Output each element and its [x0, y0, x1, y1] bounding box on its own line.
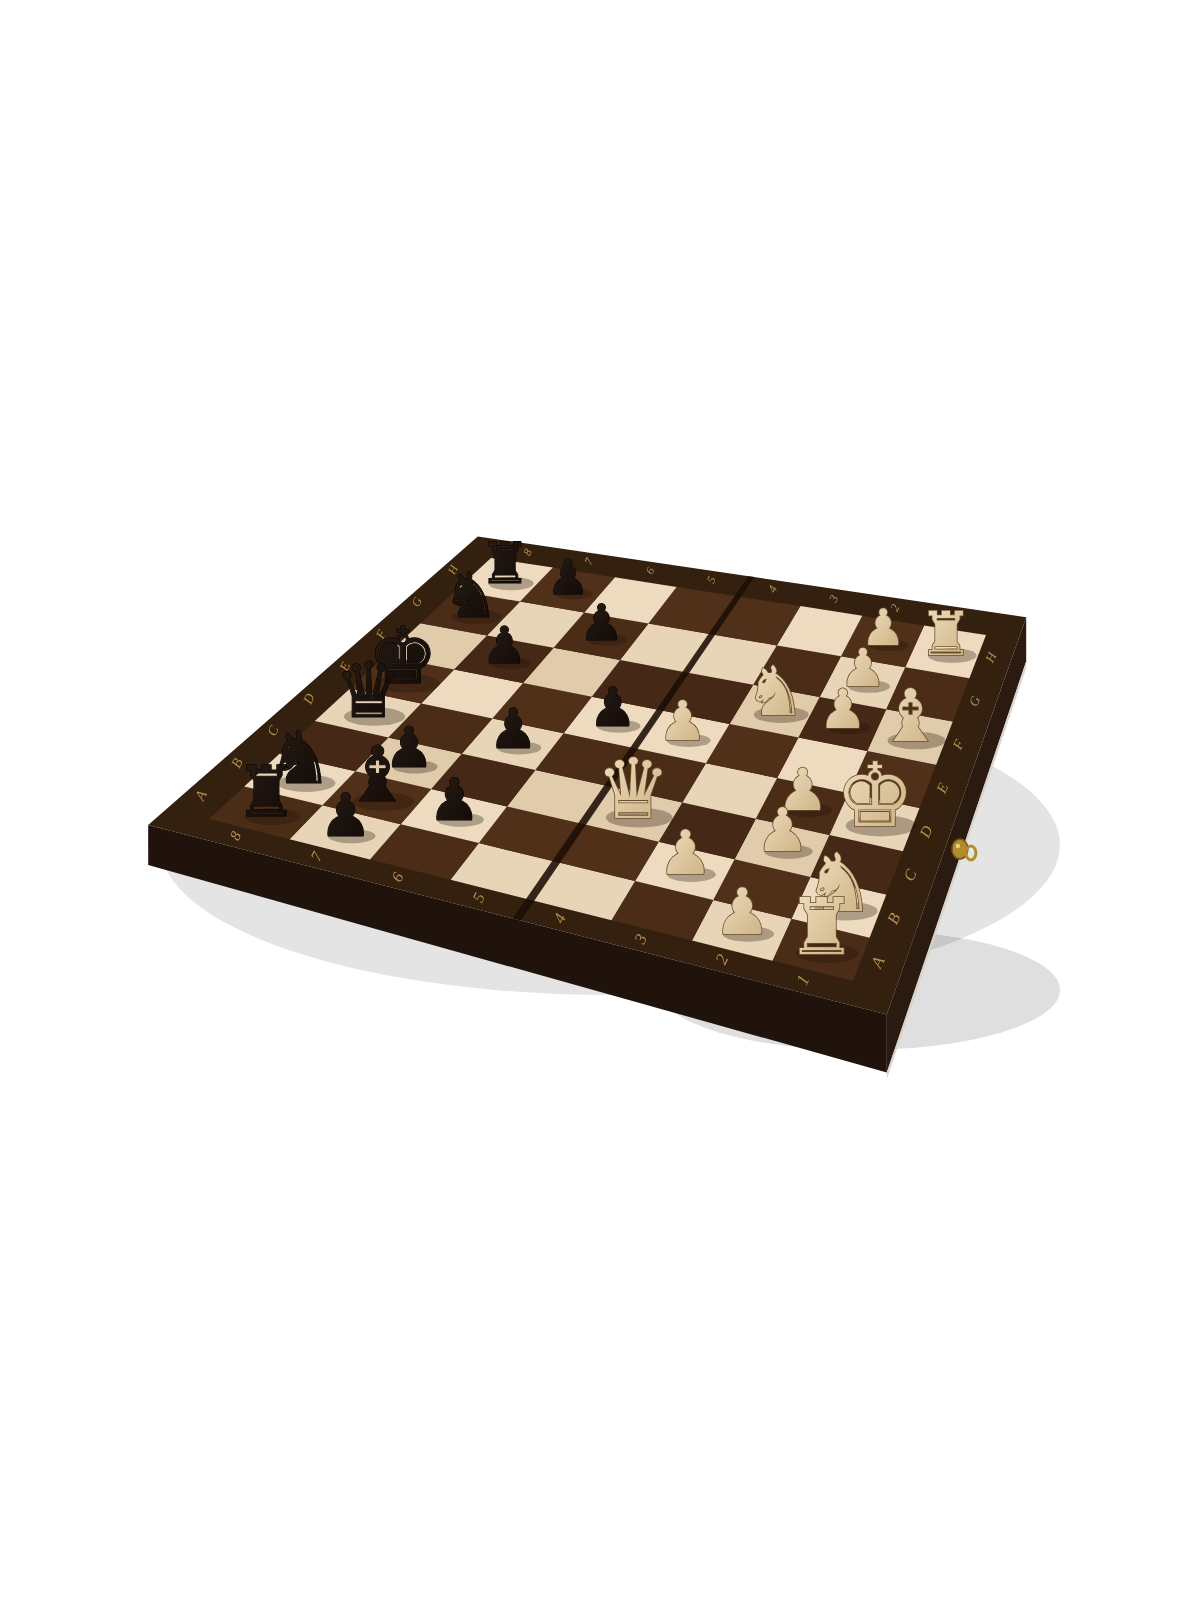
piece-white-pawn-c2: ♟: [756, 795, 810, 865]
piece-white-rook-a1: ♜: [787, 882, 857, 972]
chessboard-photo: 1122334455667788AABBCCDDEEFFGGHH♜♟♞♟♟♜♟♚…: [0, 0, 1200, 1600]
product-photo-page: 1122334455667788AABBCCDDEEFFGGHH♜♟♞♟♟♜♟♚…: [0, 0, 1200, 1600]
piece-black-pawn-g6: ♟: [579, 594, 624, 652]
piece-black-pawn-e5: ♟: [588, 676, 637, 739]
piece-black-pawn-d6: ♟: [489, 697, 538, 761]
piece-black-pawn-a7: ♟: [319, 781, 372, 850]
piece-black-rook-a8: ♜: [235, 751, 298, 833]
piece-white-pawn-a2: ♟: [714, 874, 772, 949]
chess-board-3d: 1122334455667788AABBCCDDEEFFGGHH♜♟♞♟♟♜♟♚…: [0, 0, 1200, 1600]
piece-white-knight-f3: ♞: [745, 652, 806, 731]
piece-white-king-d1: ♚: [835, 744, 914, 847]
piece-black-pawn-f7: ♟: [481, 615, 527, 675]
piece-white-rook-h1: ♜: [919, 598, 974, 669]
piece-black-pawn-b6: ♟: [428, 766, 481, 834]
piece-white-pawn-f2: ♟: [819, 678, 868, 741]
piece-white-pawn-b3: ♟: [658, 817, 713, 888]
